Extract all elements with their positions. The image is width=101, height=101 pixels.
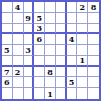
- cell-r6c6[interactable]: [56, 56, 67, 67]
- cell-r8c3[interactable]: [24, 77, 35, 88]
- cell-r7c6[interactable]: [56, 67, 67, 78]
- cell-r1c7[interactable]: [67, 2, 78, 13]
- cell-r5c8[interactable]: [77, 45, 88, 56]
- cell-r5c9[interactable]: [88, 45, 99, 56]
- cell-r6c7[interactable]: [67, 56, 78, 67]
- cell-r5c4[interactable]: [34, 45, 45, 56]
- cell-r3c9[interactable]: [88, 24, 99, 35]
- cell-r9c7[interactable]: [67, 88, 78, 99]
- cell-r7c8[interactable]: [77, 67, 88, 78]
- cell-r7c5[interactable]: 8: [45, 67, 56, 78]
- cell-r3c7[interactable]: [67, 24, 78, 35]
- cell-r2c5[interactable]: [45, 13, 56, 24]
- cell-r4c8[interactable]: [77, 34, 88, 45]
- cell-r3c4[interactable]: 3: [34, 24, 45, 35]
- cell-r7c4[interactable]: [34, 67, 45, 78]
- cell-r8c2[interactable]: [13, 77, 24, 88]
- cell-r5c5[interactable]: [45, 45, 56, 56]
- cell-r9c2[interactable]: [13, 88, 24, 99]
- cell-r5c7[interactable]: [67, 45, 78, 56]
- cell-r7c3[interactable]: [24, 67, 35, 78]
- cell-r5c6[interactable]: [56, 45, 67, 56]
- cell-r4c7[interactable]: 4: [67, 34, 78, 45]
- cell-r2c4[interactable]: 5: [34, 13, 45, 24]
- cell-r3c2[interactable]: [13, 24, 24, 35]
- cell-r5c2[interactable]: [13, 45, 24, 56]
- cell-r3c5[interactable]: [45, 24, 56, 35]
- cell-r1c6[interactable]: [56, 2, 67, 13]
- cell-r5c3[interactable]: 3: [24, 45, 35, 56]
- cell-r4c9[interactable]: [88, 34, 99, 45]
- cell-r8c8[interactable]: [77, 77, 88, 88]
- cell-r8c6[interactable]: [56, 77, 67, 88]
- cell-r7c2[interactable]: 2: [13, 67, 24, 78]
- cell-r4c5[interactable]: [45, 34, 56, 45]
- cell-r2c2[interactable]: [13, 13, 24, 24]
- cell-r9c6[interactable]: [56, 88, 67, 99]
- cell-r9c9[interactable]: [88, 88, 99, 99]
- cell-r1c3[interactable]: [24, 2, 35, 13]
- cell-r4c6[interactable]: [56, 34, 67, 45]
- cell-r1c5[interactable]: [45, 2, 56, 13]
- cell-r3c8[interactable]: [77, 24, 88, 35]
- cell-r1c1[interactable]: [2, 2, 13, 13]
- cell-r2c1[interactable]: [2, 13, 13, 24]
- cell-r6c5[interactable]: [45, 56, 56, 67]
- cell-r6c8[interactable]: 1: [77, 56, 88, 67]
- cell-r9c1[interactable]: [2, 88, 13, 99]
- cell-r4c3[interactable]: [24, 34, 35, 45]
- cell-r3c3[interactable]: [24, 24, 35, 35]
- cell-r4c2[interactable]: [13, 34, 24, 45]
- cell-r9c5[interactable]: 1: [45, 88, 56, 99]
- cell-r8c1[interactable]: 6: [2, 77, 13, 88]
- cell-r2c9[interactable]: [88, 13, 99, 24]
- cell-r1c2[interactable]: 4: [13, 2, 24, 13]
- cell-r9c8[interactable]: [77, 88, 88, 99]
- cell-r2c6[interactable]: [56, 13, 67, 24]
- cell-r6c9[interactable]: [88, 56, 99, 67]
- cell-r1c9[interactable]: 8: [88, 2, 99, 13]
- cell-r9c4[interactable]: [34, 88, 45, 99]
- cell-r5c1[interactable]: 5: [2, 45, 13, 56]
- cell-r8c7[interactable]: 5: [67, 77, 78, 88]
- cell-r6c2[interactable]: [13, 56, 24, 67]
- cell-r8c5[interactable]: [45, 77, 56, 88]
- cell-r9c3[interactable]: [24, 88, 35, 99]
- cell-r6c4[interactable]: [34, 56, 45, 67]
- cell-r8c9[interactable]: [88, 77, 99, 88]
- cell-r3c6[interactable]: [56, 24, 67, 35]
- cell-r8c4[interactable]: [34, 77, 45, 88]
- sudoku-board: 42895364531728651: [0, 0, 101, 101]
- cell-r2c3[interactable]: 9: [24, 13, 35, 24]
- cell-r4c4[interactable]: 6: [34, 34, 45, 45]
- cell-r1c4[interactable]: [34, 2, 45, 13]
- cell-r3c1[interactable]: [2, 24, 13, 35]
- cell-r2c8[interactable]: [77, 13, 88, 24]
- cell-r6c3[interactable]: [24, 56, 35, 67]
- cell-r7c7[interactable]: [67, 67, 78, 78]
- cell-r1c8[interactable]: 2: [77, 2, 88, 13]
- cell-r2c7[interactable]: [67, 13, 78, 24]
- cell-r7c1[interactable]: 7: [2, 67, 13, 78]
- cell-r4c1[interactable]: [2, 34, 13, 45]
- cell-r7c9[interactable]: [88, 67, 99, 78]
- cell-r6c1[interactable]: [2, 56, 13, 67]
